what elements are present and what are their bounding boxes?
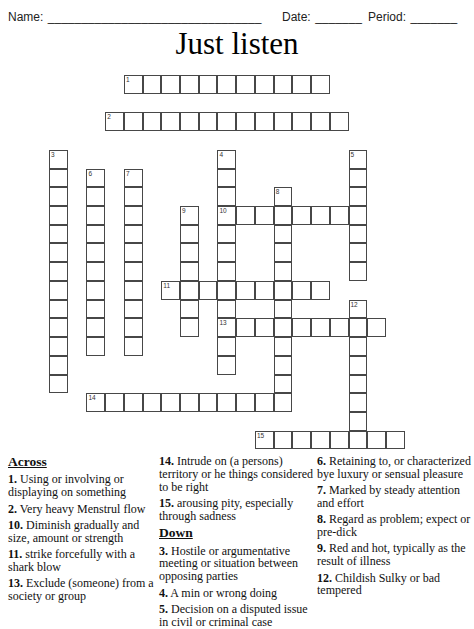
grid-cell-r15c16[interactable] [349, 356, 368, 375]
grid-cell-r17c4[interactable] [124, 393, 143, 412]
clue-across-14: 14. Intrude on (a persons) territory or … [159, 455, 317, 493]
cell-number-14: 14 [88, 394, 95, 401]
date-field: Date: _______ [282, 7, 362, 25]
grid-cell-r12c7[interactable] [180, 300, 199, 319]
page-title: Just listen [0, 26, 474, 62]
grid-cell-r12c12[interactable] [274, 300, 293, 319]
grid-cell-r13c13[interactable] [292, 318, 311, 337]
grid-cell-r17c16[interactable] [349, 393, 368, 412]
grid-cell-r7c4[interactable] [124, 206, 143, 225]
grid-cell-r6c12[interactable]: 8 [274, 187, 293, 206]
grid-cell-r0c4[interactable]: 1 [124, 75, 143, 94]
grid-cell-r13c15[interactable] [330, 318, 349, 337]
grid-cell-r8c7[interactable] [180, 225, 199, 244]
clue-number-label: 5. [159, 602, 168, 616]
period-label: Period: [368, 10, 406, 24]
grid-cell-r9c9[interactable] [217, 243, 236, 262]
grid-cell-r13c12[interactable] [274, 318, 293, 337]
clue-number-label: 2. [8, 502, 17, 516]
grid-cell-r7c14[interactable] [311, 206, 330, 225]
grid-cell-r17c12[interactable] [274, 393, 293, 412]
grid-cell-r10c0[interactable] [49, 262, 68, 281]
name-label: Name: [8, 10, 43, 24]
cell-number-13: 13 [219, 319, 226, 326]
grid-cell-r8c9[interactable] [217, 225, 236, 244]
grid-cell-r16c12[interactable] [274, 375, 293, 394]
period-field: Period: _______ [368, 7, 457, 25]
across-heading: Across [8, 455, 158, 469]
grid-cell-r2c9[interactable] [217, 112, 236, 131]
grid-cell-r19c11[interactable]: 15 [255, 431, 274, 450]
grid-cell-r6c2[interactable] [86, 187, 105, 206]
grid-cell-r7c13[interactable] [292, 206, 311, 225]
crossword-grid: 123456789101112131415 [49, 75, 405, 449]
grid-cell-r12c16[interactable]: 12 [349, 300, 368, 319]
grid-cell-r13c0[interactable] [49, 318, 68, 337]
clues-column-3: 6. Retaining to, or characterized bye lu… [317, 455, 471, 601]
grid-cell-r7c15[interactable] [330, 206, 349, 225]
grid-cell-r13c9[interactable]: 13 [217, 318, 236, 337]
grid-cell-r7c12[interactable] [274, 206, 293, 225]
grid-cell-r14c16[interactable] [349, 337, 368, 356]
grid-cell-r8c2[interactable] [86, 225, 105, 244]
grid-cell-r2c6[interactable] [161, 112, 180, 131]
grid-cell-r17c8[interactable] [199, 393, 218, 412]
grid-cell-r17c11[interactable] [255, 393, 274, 412]
grid-cell-r5c16[interactable] [349, 169, 368, 188]
grid-cell-r9c2[interactable] [86, 243, 105, 262]
grid-cell-r15c12[interactable] [274, 356, 293, 375]
grid-cell-r8c12[interactable] [274, 225, 293, 244]
grid-cell-r2c8[interactable] [199, 112, 218, 131]
grid-cell-r11c12[interactable] [274, 281, 293, 300]
clue-number-label: 15. [159, 496, 174, 510]
grid-cell-r9c4[interactable] [124, 243, 143, 262]
grid-cell-r5c2[interactable]: 6 [86, 169, 105, 188]
grid-cell-r4c0[interactable]: 3 [49, 150, 68, 169]
grid-cell-r2c3[interactable]: 2 [105, 112, 124, 131]
clue-number-label: 10. [8, 518, 23, 532]
grid-cell-r2c14[interactable] [311, 112, 330, 131]
grid-cell-r11c14[interactable] [311, 281, 330, 300]
cell-number-7: 7 [126, 170, 130, 177]
grid-cell-r17c6[interactable] [161, 393, 180, 412]
clue-number-label: 14. [159, 454, 174, 468]
grid-cell-r16c0[interactable] [49, 375, 68, 394]
grid-cell-r14c4[interactable] [124, 337, 143, 356]
grid-cell-r0c13[interactable] [292, 75, 311, 94]
clue-number-label: 9. [317, 541, 326, 555]
grid-cell-r8c16[interactable] [349, 225, 368, 244]
clue-number-label: 11. [8, 547, 22, 561]
grid-cell-r12c9[interactable] [217, 300, 236, 319]
grid-cell-r12c4[interactable] [124, 300, 143, 319]
clue-number-label: 7. [317, 483, 326, 497]
clue-number-label: 3. [159, 544, 168, 558]
cell-number-3: 3 [51, 151, 55, 158]
grid-cell-r14c9[interactable] [217, 337, 236, 356]
grid-cell-r7c2[interactable] [86, 206, 105, 225]
grid-cell-r17c2[interactable]: 14 [86, 393, 105, 412]
grid-cell-r13c11[interactable] [255, 318, 274, 337]
grid-cell-r11c0[interactable] [49, 281, 68, 300]
grid-cell-r17c7[interactable] [180, 393, 199, 412]
grid-cell-r4c9[interactable]: 4 [217, 150, 236, 169]
clue-number-label: 13. [8, 576, 23, 590]
grid-cell-r2c4[interactable] [124, 112, 143, 131]
grid-cell-r19c18[interactable] [386, 431, 405, 450]
clue-across-15: 15. arousing pity, especially through sa… [159, 497, 317, 523]
grid-cell-r0c10[interactable] [236, 75, 255, 94]
grid-cell-r11c11[interactable] [255, 281, 274, 300]
grid-cell-r19c14[interactable] [311, 431, 330, 450]
grid-cell-r11c9[interactable] [217, 281, 236, 300]
cell-number-4: 4 [219, 151, 223, 158]
grid-cell-r8c0[interactable] [49, 225, 68, 244]
grid-cell-r13c10[interactable] [236, 318, 255, 337]
grid-cell-r11c13[interactable] [292, 281, 311, 300]
grid-cell-r10c16[interactable] [349, 262, 368, 281]
name-blank-line: ________________________________ [48, 10, 262, 24]
grid-cell-r5c4[interactable]: 7 [124, 169, 143, 188]
grid-cell-r0c7[interactable] [180, 75, 199, 94]
grid-cell-r17c3[interactable] [105, 393, 124, 412]
grid-cell-r8c4[interactable] [124, 225, 143, 244]
clues-column-1: Across1. Using or involving or displayin… [8, 455, 158, 606]
grid-cell-r11c4[interactable] [124, 281, 143, 300]
down-heading: Down [159, 526, 317, 540]
grid-cell-r10c2[interactable] [86, 262, 105, 281]
grid-cell-r13c4[interactable] [124, 318, 143, 337]
grid-cell-r13c14[interactable] [311, 318, 330, 337]
grid-cell-r7c0[interactable] [49, 206, 68, 225]
grid-cell-r2c11[interactable] [255, 112, 274, 131]
grid-cell-r7c10[interactable] [236, 206, 255, 225]
clue-number-label: 1. [8, 472, 17, 486]
clues-column-2: 14. Intrude on (a persons) territory or … [159, 455, 317, 629]
grid-cell-r13c7[interactable] [180, 318, 199, 337]
grid-cell-r9c12[interactable] [274, 243, 293, 262]
grid-cell-r19c13[interactable] [292, 431, 311, 450]
clue-across-1: 1. Using or involving or displaying on s… [8, 473, 158, 499]
clue-number-label: 8. [317, 512, 326, 526]
grid-cell-r11c6[interactable]: 11 [161, 281, 180, 300]
grid-cell-r9c16[interactable] [349, 243, 368, 262]
grid-cell-r10c12[interactable] [274, 262, 293, 281]
grid-cell-r13c2[interactable] [86, 318, 105, 337]
grid-cell-r0c8[interactable] [199, 75, 218, 94]
clue-number-label: 4. [159, 586, 168, 600]
grid-cell-r0c12[interactable] [274, 75, 293, 94]
grid-cell-r7c7[interactable]: 9 [180, 206, 199, 225]
grid-cell-r10c4[interactable] [124, 262, 143, 281]
clue-down-12: 12. Childish Sulky or bad tempered [317, 572, 471, 598]
clue-number-label: 6. [317, 454, 326, 468]
grid-cell-r7c9[interactable]: 10 [217, 206, 236, 225]
grid-cell-r6c9[interactable] [217, 187, 236, 206]
grid-cell-r18c16[interactable] [349, 412, 368, 431]
clue-down-7: 7. Marked by steady attention and effort [317, 484, 471, 510]
cell-number-15: 15 [257, 432, 264, 439]
clue-down-9: 9. Red and hot, typically as the result … [317, 542, 471, 568]
grid-cell-r7c16[interactable] [349, 206, 368, 225]
grid-cell-r14c0[interactable] [49, 337, 68, 356]
grid-cell-r0c5[interactable] [143, 75, 162, 94]
cell-number-6: 6 [88, 170, 92, 177]
cell-number-2: 2 [107, 113, 111, 120]
grid-cell-r11c8[interactable] [199, 281, 218, 300]
grid-cell-r9c0[interactable] [49, 243, 68, 262]
grid-cell-r19c17[interactable] [367, 431, 386, 450]
grid-cell-r19c15[interactable] [330, 431, 349, 450]
grid-cell-r13c16[interactable] [349, 318, 368, 337]
grid-cell-r2c7[interactable] [180, 112, 199, 131]
cell-number-12: 12 [351, 301, 358, 308]
cell-number-11: 11 [163, 282, 170, 289]
grid-cell-r11c2[interactable] [86, 281, 105, 300]
grid-cell-r11c7[interactable] [180, 281, 199, 300]
clue-across-11: 11. strike forcefully with a shark blow [8, 548, 158, 574]
grid-cell-r15c0[interactable] [49, 356, 68, 375]
grid-cell-r2c15[interactable] [330, 112, 349, 131]
grid-cell-r13c17[interactable] [367, 318, 386, 337]
clue-across-10: 10. Diminish gradually and size, amount … [8, 519, 158, 545]
grid-cell-r4c16[interactable]: 5 [349, 150, 368, 169]
clue-down-3: 3. Hostile or argumentative meeting or s… [159, 545, 317, 583]
clue-down-8: 8. Regard as problem; expect or pre-dick [317, 513, 471, 539]
grid-cell-r7c11[interactable] [255, 206, 274, 225]
grid-cell-r17c10[interactable] [236, 393, 255, 412]
grid-cell-r19c12[interactable] [274, 431, 293, 450]
cell-number-1: 1 [126, 76, 130, 83]
cell-number-10: 10 [219, 207, 226, 214]
grid-cell-r2c5[interactable] [143, 112, 162, 131]
grid-cell-r15c9[interactable] [217, 356, 236, 375]
grid-cell-r5c0[interactable] [49, 169, 68, 188]
clue-down-4: 4. A min or wrong doing [159, 587, 317, 600]
cell-number-9: 9 [182, 207, 186, 214]
grid-cell-r2c10[interactable] [236, 112, 255, 131]
clue-across-2: 2. Very heavy Menstrul flow [8, 503, 158, 516]
date-blank-line: _______ [315, 10, 362, 24]
grid-cell-r6c16[interactable] [349, 187, 368, 206]
grid-cell-r12c2[interactable] [86, 300, 105, 319]
grid-cell-r0c11[interactable] [255, 75, 274, 94]
grid-cell-r2c12[interactable] [274, 112, 293, 131]
grid-cell-r11c10[interactable] [236, 281, 255, 300]
clue-down-5: 5. Decision on a disputed issue in civil… [159, 603, 317, 629]
grid-cell-r9c7[interactable] [180, 243, 199, 262]
grid-cell-r0c14[interactable] [311, 75, 330, 94]
grid-cell-r17c5[interactable] [143, 393, 162, 412]
grid-cell-r10c9[interactable] [217, 262, 236, 281]
grid-cell-r0c6[interactable] [161, 75, 180, 94]
grid-cell-r19c16[interactable] [349, 431, 368, 450]
cell-number-5: 5 [351, 151, 355, 158]
grid-cell-r14c12[interactable] [274, 337, 293, 356]
grid-cell-r14c2[interactable] [86, 337, 105, 356]
grid-cell-r2c13[interactable] [292, 112, 311, 131]
name-field: Name: ________________________________ [8, 7, 261, 25]
cell-number-8: 8 [276, 188, 280, 195]
grid-cell-r10c7[interactable] [180, 262, 199, 281]
clue-number-label: 12. [317, 571, 332, 585]
grid-cell-r12c0[interactable] [49, 300, 68, 319]
grid-cell-r17c9[interactable] [217, 393, 236, 412]
grid-cell-r6c4[interactable] [124, 187, 143, 206]
clue-down-6: 6. Retaining to, or characterized bye lu… [317, 455, 471, 481]
grid-cell-r5c9[interactable] [217, 169, 236, 188]
grid-cell-r16c16[interactable] [349, 375, 368, 394]
grid-cell-r6c0[interactable] [49, 187, 68, 206]
clue-across-13: 13. Exclude (someone) from a society or … [8, 577, 158, 603]
grid-cell-r0c9[interactable] [217, 75, 236, 94]
date-label: Date: [282, 10, 311, 24]
period-blank-line: _______ [410, 10, 457, 24]
